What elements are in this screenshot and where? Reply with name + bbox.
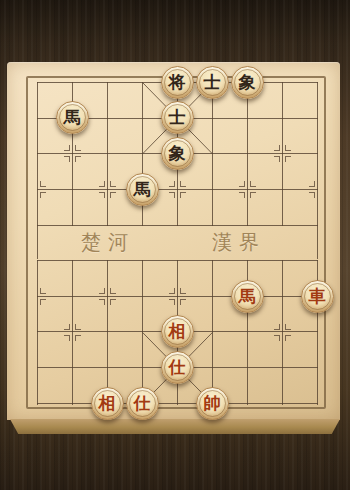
intersection[interactable]: 象	[230, 64, 265, 100]
intersection[interactable]	[160, 207, 195, 243]
piece-glyph: 帥	[204, 394, 221, 411]
intersection[interactable]: 象	[160, 136, 195, 172]
intersection[interactable]	[160, 243, 195, 279]
intersection[interactable]	[300, 100, 335, 136]
intersection[interactable]	[20, 350, 55, 386]
intersection[interactable]: 士	[195, 64, 230, 100]
piece-black-advisor[interactable]: 士	[161, 101, 194, 134]
intersection[interactable]	[90, 171, 125, 207]
intersection[interactable]: 馬	[230, 278, 265, 314]
piece-glyph: 仕	[169, 359, 186, 376]
intersection[interactable]: 士	[160, 100, 195, 136]
piece-red-advisor[interactable]: 仕	[161, 351, 194, 384]
intersection[interactable]	[125, 314, 160, 350]
intersection[interactable]	[55, 171, 90, 207]
intersection[interactable]	[230, 100, 265, 136]
intersection[interactable]	[55, 243, 90, 279]
intersection[interactable]	[265, 350, 300, 386]
intersection[interactable]: 将	[160, 64, 195, 100]
piece-glyph: 相	[169, 323, 186, 340]
intersection[interactable]	[265, 278, 300, 314]
intersection[interactable]	[125, 207, 160, 243]
piece-red-chariot[interactable]: 車	[301, 280, 334, 313]
intersection[interactable]	[195, 136, 230, 172]
piece-black-elephant[interactable]: 象	[231, 66, 264, 99]
intersection[interactable]	[20, 207, 55, 243]
intersection[interactable]	[195, 100, 230, 136]
piece-glyph: 馬	[134, 180, 151, 197]
intersection[interactable]	[20, 64, 55, 100]
piece-black-elephant[interactable]: 象	[161, 137, 194, 170]
intersection[interactable]	[125, 64, 160, 100]
intersection[interactable]	[265, 64, 300, 100]
piece-red-general[interactable]: 帥	[196, 387, 229, 420]
intersection[interactable]	[20, 171, 55, 207]
intersection[interactable]	[265, 314, 300, 350]
intersection[interactable]	[160, 171, 195, 207]
intersection[interactable]	[195, 350, 230, 386]
intersection[interactable]	[20, 314, 55, 350]
intersection[interactable]	[300, 136, 335, 172]
intersection[interactable]	[20, 136, 55, 172]
intersection[interactable]: 車	[300, 278, 335, 314]
intersection[interactable]	[265, 385, 300, 421]
intersection[interactable]	[55, 314, 90, 350]
intersection[interactable]	[55, 207, 90, 243]
piece-black-horse[interactable]: 馬	[126, 173, 159, 206]
piece-glyph: 相	[99, 394, 116, 411]
intersection[interactable]	[265, 171, 300, 207]
piece-glyph: 象	[239, 73, 256, 90]
piece-black-horse[interactable]: 馬	[56, 101, 89, 134]
intersection[interactable]	[55, 278, 90, 314]
intersection[interactable]	[195, 314, 230, 350]
piece-black-advisor[interactable]: 士	[196, 66, 229, 99]
intersection[interactable]	[300, 385, 335, 421]
intersection[interactable]	[90, 100, 125, 136]
intersection[interactable]	[230, 385, 265, 421]
intersection[interactable]	[90, 278, 125, 314]
intersection[interactable]	[125, 350, 160, 386]
intersection[interactable]	[195, 243, 230, 279]
intersection[interactable]	[125, 243, 160, 279]
intersection[interactable]	[90, 64, 125, 100]
intersection[interactable]: 馬	[55, 100, 90, 136]
intersection[interactable]	[300, 243, 335, 279]
intersection[interactable]	[265, 207, 300, 243]
intersection[interactable]	[20, 243, 55, 279]
intersection[interactable]: 相	[160, 314, 195, 350]
intersection[interactable]	[300, 207, 335, 243]
piece-glyph: 車	[309, 287, 326, 304]
intersection[interactable]	[20, 100, 55, 136]
piece-red-advisor[interactable]: 仕	[126, 387, 159, 420]
intersection[interactable]	[90, 243, 125, 279]
intersection[interactable]	[300, 171, 335, 207]
intersection[interactable]	[230, 243, 265, 279]
piece-glyph: 将	[169, 73, 186, 90]
intersection[interactable]	[55, 136, 90, 172]
intersection[interactable]	[90, 207, 125, 243]
intersection[interactable]	[125, 100, 160, 136]
intersection[interactable]	[195, 171, 230, 207]
intersection[interactable]	[230, 171, 265, 207]
wooden-table-background: 楚河 漢界 将士象馬士象馬馬車相仕相仕帥	[0, 0, 350, 490]
piece-glyph: 士	[204, 73, 221, 90]
intersection[interactable]: 仕	[125, 385, 160, 421]
intersection[interactable]	[300, 314, 335, 350]
intersection[interactable]	[55, 385, 90, 421]
board-3d-edge	[10, 419, 340, 434]
intersection[interactable]	[195, 278, 230, 314]
intersection[interactable]	[300, 64, 335, 100]
intersection[interactable]	[90, 350, 125, 386]
intersection[interactable]	[265, 243, 300, 279]
intersection[interactable]: 仕	[160, 350, 195, 386]
intersection[interactable]	[90, 314, 125, 350]
intersection[interactable]	[55, 64, 90, 100]
piece-glyph: 象	[169, 144, 186, 161]
board-intersections: 将士象馬士象馬馬車相仕相仕帥	[20, 64, 335, 421]
piece-red-elephant[interactable]: 相	[161, 315, 194, 348]
intersection[interactable]	[20, 385, 55, 421]
intersection[interactable]	[230, 314, 265, 350]
intersection[interactable]	[230, 136, 265, 172]
intersection[interactable]	[265, 136, 300, 172]
intersection[interactable]: 相	[90, 385, 125, 421]
intersection[interactable]: 帥	[195, 385, 230, 421]
intersection[interactable]	[160, 385, 195, 421]
intersection[interactable]	[55, 350, 90, 386]
piece-glyph: 馬	[239, 287, 256, 304]
piece-glyph: 士	[169, 109, 186, 126]
piece-glyph: 馬	[64, 109, 81, 126]
piece-glyph: 仕	[134, 394, 151, 411]
intersection[interactable]: 馬	[125, 171, 160, 207]
intersection[interactable]	[125, 136, 160, 172]
piece-black-general[interactable]: 将	[161, 66, 194, 99]
intersection[interactable]	[125, 278, 160, 314]
intersection[interactable]	[300, 350, 335, 386]
intersection[interactable]	[160, 278, 195, 314]
intersection[interactable]	[230, 350, 265, 386]
piece-red-horse[interactable]: 馬	[231, 280, 264, 313]
intersection[interactable]	[90, 136, 125, 172]
intersection[interactable]	[230, 207, 265, 243]
piece-red-elephant[interactable]: 相	[91, 387, 124, 420]
intersection[interactable]	[195, 207, 230, 243]
intersection[interactable]	[20, 278, 55, 314]
intersection[interactable]	[265, 100, 300, 136]
